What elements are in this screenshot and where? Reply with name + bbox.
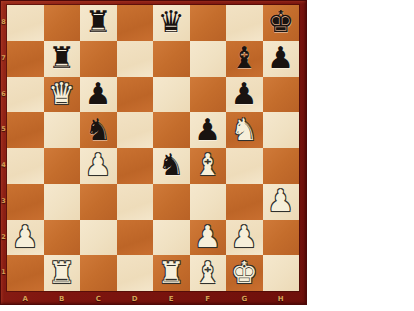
- piece-black-pawn-f5[interactable]: ♟: [194, 112, 221, 146]
- piece-white-pawn-c4[interactable]: ♟: [85, 148, 112, 182]
- piece-black-rook-c8[interactable]: ♜: [85, 5, 112, 39]
- rank-label-3: 3: [0, 184, 7, 220]
- square-d1[interactable]: [117, 255, 154, 291]
- piece-white-king-g1[interactable]: ♚: [231, 255, 258, 289]
- file-label-e: E: [153, 293, 190, 305]
- piece-white-rook-e1[interactable]: ♜: [158, 255, 185, 289]
- piece-black-king-h8[interactable]: ♚: [267, 5, 294, 39]
- square-e5[interactable]: [153, 112, 190, 148]
- square-f8[interactable]: [190, 5, 227, 41]
- piece-white-queen-b6[interactable]: ♛: [48, 77, 75, 111]
- square-b6[interactable]: ♛: [44, 77, 81, 113]
- square-c1[interactable]: [80, 255, 117, 291]
- square-a6[interactable]: [7, 77, 44, 113]
- piece-white-bishop-f1[interactable]: ♝: [194, 255, 221, 289]
- square-f1[interactable]: ♝: [190, 255, 227, 291]
- square-c4[interactable]: ♟: [80, 148, 117, 184]
- file-label-f: F: [190, 293, 227, 305]
- rank-label-1: 1: [0, 255, 7, 291]
- square-f4[interactable]: ♝: [190, 148, 227, 184]
- piece-black-rook-b7[interactable]: ♜: [48, 41, 75, 75]
- square-g3[interactable]: [226, 184, 263, 220]
- piece-white-pawn-f2[interactable]: ♟: [194, 220, 221, 254]
- square-d8[interactable]: [117, 5, 154, 41]
- file-label-d: D: [117, 293, 154, 305]
- square-h7[interactable]: ♟: [263, 41, 300, 77]
- file-label-g: G: [226, 293, 263, 305]
- square-e2[interactable]: [153, 220, 190, 256]
- rank-label-5: 5: [0, 112, 7, 148]
- square-b2[interactable]: [44, 220, 81, 256]
- square-f3[interactable]: [190, 184, 227, 220]
- rank-label-4: 4: [0, 148, 7, 184]
- square-f5[interactable]: ♟: [190, 112, 227, 148]
- square-b7[interactable]: ♜: [44, 41, 81, 77]
- file-label-h: H: [263, 293, 300, 305]
- square-g2[interactable]: ♟: [226, 220, 263, 256]
- square-g6[interactable]: ♟: [226, 77, 263, 113]
- rank-label-6: 6: [0, 77, 7, 113]
- chess-board: ♜♛♚♜♝♟♛♟♟♞♟♞♟♞♝♟♟♟♟♜♜♝♚ 87654321 ABCDEFG…: [0, 0, 307, 305]
- square-e4[interactable]: ♞: [153, 148, 190, 184]
- square-a7[interactable]: [7, 41, 44, 77]
- piece-black-pawn-g6[interactable]: ♟: [231, 77, 258, 111]
- square-c2[interactable]: [80, 220, 117, 256]
- square-e6[interactable]: [153, 77, 190, 113]
- piece-white-knight-g5[interactable]: ♞: [231, 112, 258, 146]
- square-e7[interactable]: [153, 41, 190, 77]
- square-a4[interactable]: [7, 148, 44, 184]
- square-h1[interactable]: [263, 255, 300, 291]
- square-a8[interactable]: [7, 5, 44, 41]
- page: ♜♛♚♜♝♟♛♟♟♞♟♞♟♞♝♟♟♟♟♜♜♝♚ 87654321 ABCDEFG…: [0, 0, 414, 311]
- square-h4[interactable]: [263, 148, 300, 184]
- rank-label-8: 8: [0, 5, 7, 41]
- square-e1[interactable]: ♜: [153, 255, 190, 291]
- square-a5[interactable]: [7, 112, 44, 148]
- square-h3[interactable]: ♟: [263, 184, 300, 220]
- square-d5[interactable]: [117, 112, 154, 148]
- rank-label-2: 2: [0, 220, 7, 256]
- piece-black-knight-c5[interactable]: ♞: [85, 112, 112, 146]
- board-grid: ♜♛♚♜♝♟♛♟♟♞♟♞♟♞♝♟♟♟♟♜♜♝♚: [7, 5, 299, 291]
- square-h5[interactable]: [263, 112, 300, 148]
- piece-white-pawn-h3[interactable]: ♟: [267, 184, 294, 218]
- square-c8[interactable]: ♜: [80, 5, 117, 41]
- square-g5[interactable]: ♞: [226, 112, 263, 148]
- piece-black-pawn-c6[interactable]: ♟: [85, 77, 112, 111]
- square-g7[interactable]: ♝: [226, 41, 263, 77]
- file-label-a: A: [7, 293, 44, 305]
- file-label-c: C: [80, 293, 117, 305]
- square-g8[interactable]: [226, 5, 263, 41]
- piece-black-bishop-g7[interactable]: ♝: [231, 41, 258, 75]
- square-f2[interactable]: ♟: [190, 220, 227, 256]
- square-a1[interactable]: [7, 255, 44, 291]
- square-h8[interactable]: ♚: [263, 5, 300, 41]
- square-b3[interactable]: [44, 184, 81, 220]
- square-a3[interactable]: [7, 184, 44, 220]
- file-label-b: B: [44, 293, 81, 305]
- square-f7[interactable]: [190, 41, 227, 77]
- square-g4[interactable]: [226, 148, 263, 184]
- piece-white-bishop-f4[interactable]: ♝: [194, 148, 221, 182]
- square-e8[interactable]: ♛: [153, 5, 190, 41]
- square-c5[interactable]: ♞: [80, 112, 117, 148]
- piece-white-pawn-g2[interactable]: ♟: [231, 220, 258, 254]
- square-g1[interactable]: ♚: [226, 255, 263, 291]
- square-d4[interactable]: [117, 148, 154, 184]
- square-d7[interactable]: [117, 41, 154, 77]
- square-e3[interactable]: [153, 184, 190, 220]
- square-c3[interactable]: [80, 184, 117, 220]
- piece-white-rook-b1[interactable]: ♜: [48, 255, 75, 289]
- square-f6[interactable]: [190, 77, 227, 113]
- square-h6[interactable]: [263, 77, 300, 113]
- square-h2[interactable]: [263, 220, 300, 256]
- square-d2[interactable]: [117, 220, 154, 256]
- rank-label-7: 7: [0, 41, 7, 77]
- square-c7[interactable]: [80, 41, 117, 77]
- square-b5[interactable]: [44, 112, 81, 148]
- square-c6[interactable]: ♟: [80, 77, 117, 113]
- piece-black-queen-e8[interactable]: ♛: [158, 5, 185, 39]
- piece-black-knight-e4[interactable]: ♞: [158, 148, 185, 182]
- square-a2[interactable]: ♟: [7, 220, 44, 256]
- piece-white-pawn-a2[interactable]: ♟: [12, 220, 39, 254]
- square-b8[interactable]: [44, 5, 81, 41]
- square-d6[interactable]: [117, 77, 154, 113]
- square-b1[interactable]: ♜: [44, 255, 81, 291]
- square-d3[interactable]: [117, 184, 154, 220]
- piece-black-pawn-h7[interactable]: ♟: [267, 41, 294, 75]
- square-b4[interactable]: [44, 148, 81, 184]
